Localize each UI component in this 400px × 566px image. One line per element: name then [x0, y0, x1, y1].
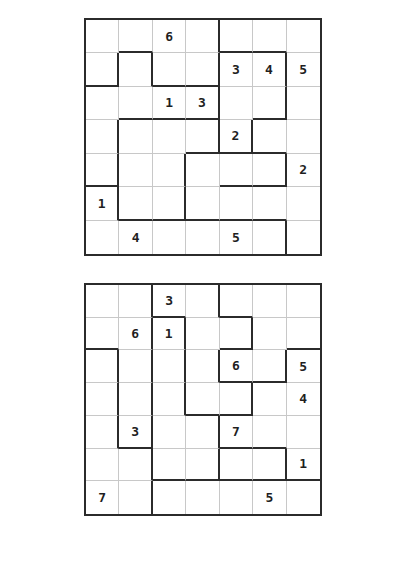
given-digit: 4 [132, 231, 140, 244]
given-digit: 2 [232, 129, 240, 142]
given-digit: 3 [131, 425, 139, 438]
given-digit: 3 [232, 63, 240, 76]
cell-bottom-r2c1[interactable] [86, 318, 119, 351]
cell-top-r4c1[interactable] [86, 120, 119, 153]
cell-top-r3c4[interactable]: 3 [186, 87, 219, 120]
cell-top-r1c7[interactable] [287, 20, 320, 53]
given-digit: 1 [165, 327, 173, 340]
cell-top-r6c5[interactable] [220, 187, 253, 220]
cell-top-r1c1[interactable] [86, 20, 119, 53]
cell-top-r2c2[interactable] [119, 53, 152, 86]
cell-top-r1c2[interactable] [119, 20, 152, 53]
cell-top-r6c2[interactable] [119, 187, 152, 220]
puzzle-grid-top: 63451322145 [84, 18, 322, 256]
cell-bottom-r2c5[interactable] [220, 318, 253, 351]
page: 63451322145 36165437175 [0, 0, 400, 566]
cell-bottom-r4c3[interactable] [153, 383, 186, 416]
given-digit: 7 [232, 425, 240, 438]
cell-top-r6c6[interactable] [253, 187, 286, 220]
cell-top-r4c2[interactable] [119, 120, 152, 153]
given-digit: 4 [265, 63, 273, 76]
given-digit: 6 [165, 30, 173, 43]
cell-bottom-r3c3[interactable] [153, 350, 186, 383]
cell-bottom-r5c5[interactable]: 7 [220, 416, 253, 449]
cell-top-r2c6[interactable]: 4 [253, 53, 286, 86]
cell-bottom-r4c6[interactable] [253, 383, 286, 416]
given-digit: 6 [232, 359, 240, 372]
cell-top-r7c1[interactable] [86, 221, 119, 254]
cell-bottom-r7c5[interactable] [220, 481, 253, 514]
cell-top-r1c5[interactable] [220, 20, 253, 53]
cell-bottom-r3c1[interactable] [86, 350, 119, 383]
cell-bottom-r3c4[interactable] [186, 350, 219, 383]
cell-bottom-r2c7[interactable] [287, 318, 320, 351]
cell-top-r3c3[interactable]: 1 [153, 87, 186, 120]
puzzle-grid-bottom: 36165437175 [84, 283, 322, 516]
cell-top-r5c6[interactable] [253, 154, 286, 187]
cell-top-r2c1[interactable] [86, 53, 119, 86]
cell-top-r6c7[interactable] [287, 187, 320, 220]
cell-bottom-r4c1[interactable] [86, 383, 119, 416]
cell-bottom-r3c6[interactable] [253, 350, 286, 383]
cell-bottom-r1c1[interactable] [86, 285, 119, 318]
cell-top-r4c4[interactable] [186, 120, 219, 153]
cell-top-r5c3[interactable] [153, 154, 186, 187]
cell-bottom-r5c6[interactable] [253, 416, 286, 449]
cell-bottom-r1c2[interactable] [119, 285, 152, 318]
cell-top-r5c1[interactable] [86, 154, 119, 187]
given-digit: 4 [299, 392, 307, 405]
cell-top-r7c4[interactable] [186, 221, 219, 254]
cell-bottom-r7c7[interactable] [287, 481, 320, 514]
cell-top-r1c6[interactable] [253, 20, 286, 53]
given-digit: 1 [299, 457, 307, 470]
cell-top-r5c2[interactable] [119, 154, 152, 187]
cell-bottom-r5c4[interactable] [186, 416, 219, 449]
cell-bottom-r2c2[interactable]: 6 [119, 318, 152, 351]
given-digit: 1 [98, 197, 106, 210]
cell-bottom-r7c1[interactable]: 7 [86, 481, 119, 514]
cell-bottom-r3c7[interactable]: 5 [287, 350, 320, 383]
cell-bottom-r5c3[interactable] [153, 416, 186, 449]
cell-top-r7c5[interactable]: 5 [220, 221, 253, 254]
cell-bottom-r6c3[interactable] [153, 449, 186, 482]
cell-top-r3c2[interactable] [119, 87, 152, 120]
cell-top-r7c3[interactable] [153, 221, 186, 254]
cell-top-r4c3[interactable] [153, 120, 186, 153]
cell-top-r2c3[interactable] [153, 53, 186, 86]
cell-bottom-r7c4[interactable] [186, 481, 219, 514]
cell-top-r6c4[interactable] [186, 187, 219, 220]
cell-top-r7c7[interactable] [287, 221, 320, 254]
cell-bottom-r6c5[interactable] [220, 449, 253, 482]
cell-bottom-r6c2[interactable] [119, 449, 152, 482]
given-digit: 5 [232, 231, 240, 244]
cell-top-r2c5[interactable]: 3 [220, 53, 253, 86]
cell-top-r2c4[interactable] [186, 53, 219, 86]
cell-bottom-r4c2[interactable] [119, 383, 152, 416]
given-digit: 2 [299, 163, 307, 176]
cell-top-r7c2[interactable]: 4 [119, 221, 152, 254]
cell-bottom-r5c2[interactable]: 3 [119, 416, 152, 449]
cell-bottom-r6c7[interactable]: 1 [287, 449, 320, 482]
given-digit: 6 [131, 327, 139, 340]
cell-top-r7c6[interactable] [253, 221, 286, 254]
cell-top-r6c3[interactable] [153, 187, 186, 220]
cell-bottom-r1c3[interactable]: 3 [153, 285, 186, 318]
cell-bottom-r1c6[interactable] [253, 285, 286, 318]
cell-bottom-r2c6[interactable] [253, 318, 286, 351]
cell-bottom-r2c3[interactable]: 1 [153, 318, 186, 351]
cell-bottom-r1c5[interactable] [220, 285, 253, 318]
cell-bottom-r4c4[interactable] [186, 383, 219, 416]
cell-top-r3c5[interactable] [220, 87, 253, 120]
cell-bottom-r4c5[interactable] [220, 383, 253, 416]
cell-bottom-r6c4[interactable] [186, 449, 219, 482]
cell-bottom-r1c7[interactable] [287, 285, 320, 318]
cell-bottom-r7c3[interactable] [153, 481, 186, 514]
given-digit: 5 [299, 63, 307, 76]
given-digit: 7 [98, 491, 106, 504]
given-digit: 5 [299, 360, 307, 373]
cell-top-r5c7[interactable]: 2 [287, 154, 320, 187]
given-digit: 3 [198, 96, 206, 109]
cell-top-r3c6[interactable] [253, 87, 286, 120]
cell-top-r1c3[interactable]: 6 [153, 20, 186, 53]
given-digit: 1 [165, 96, 173, 109]
cell-bottom-r3c2[interactable] [119, 350, 152, 383]
cell-bottom-r7c6[interactable]: 5 [253, 481, 286, 514]
cell-top-r6c1[interactable]: 1 [86, 187, 119, 220]
cell-top-r2c7[interactable]: 5 [287, 53, 320, 86]
cell-top-r4c5[interactable]: 2 [220, 120, 253, 153]
cell-top-r4c6[interactable] [253, 120, 286, 153]
cell-top-r3c7[interactable] [287, 87, 320, 120]
cell-top-r5c5[interactable] [220, 154, 253, 187]
cell-bottom-r7c2[interactable] [119, 481, 152, 514]
cell-bottom-r6c6[interactable] [253, 449, 286, 482]
cell-top-r4c7[interactable] [287, 120, 320, 153]
cell-bottom-r3c5[interactable]: 6 [220, 350, 253, 383]
given-digit: 5 [265, 491, 273, 504]
cell-bottom-r4c7[interactable]: 4 [287, 383, 320, 416]
cell-top-r3c1[interactable] [86, 87, 119, 120]
cell-bottom-r5c7[interactable] [287, 416, 320, 449]
cell-top-r1c4[interactable] [186, 20, 219, 53]
cell-bottom-r2c4[interactable] [186, 318, 219, 351]
cell-bottom-r1c4[interactable] [186, 285, 219, 318]
given-digit: 3 [165, 294, 173, 307]
cell-bottom-r5c1[interactable] [86, 416, 119, 449]
cell-bottom-r6c1[interactable] [86, 449, 119, 482]
cell-top-r5c4[interactable] [186, 154, 219, 187]
